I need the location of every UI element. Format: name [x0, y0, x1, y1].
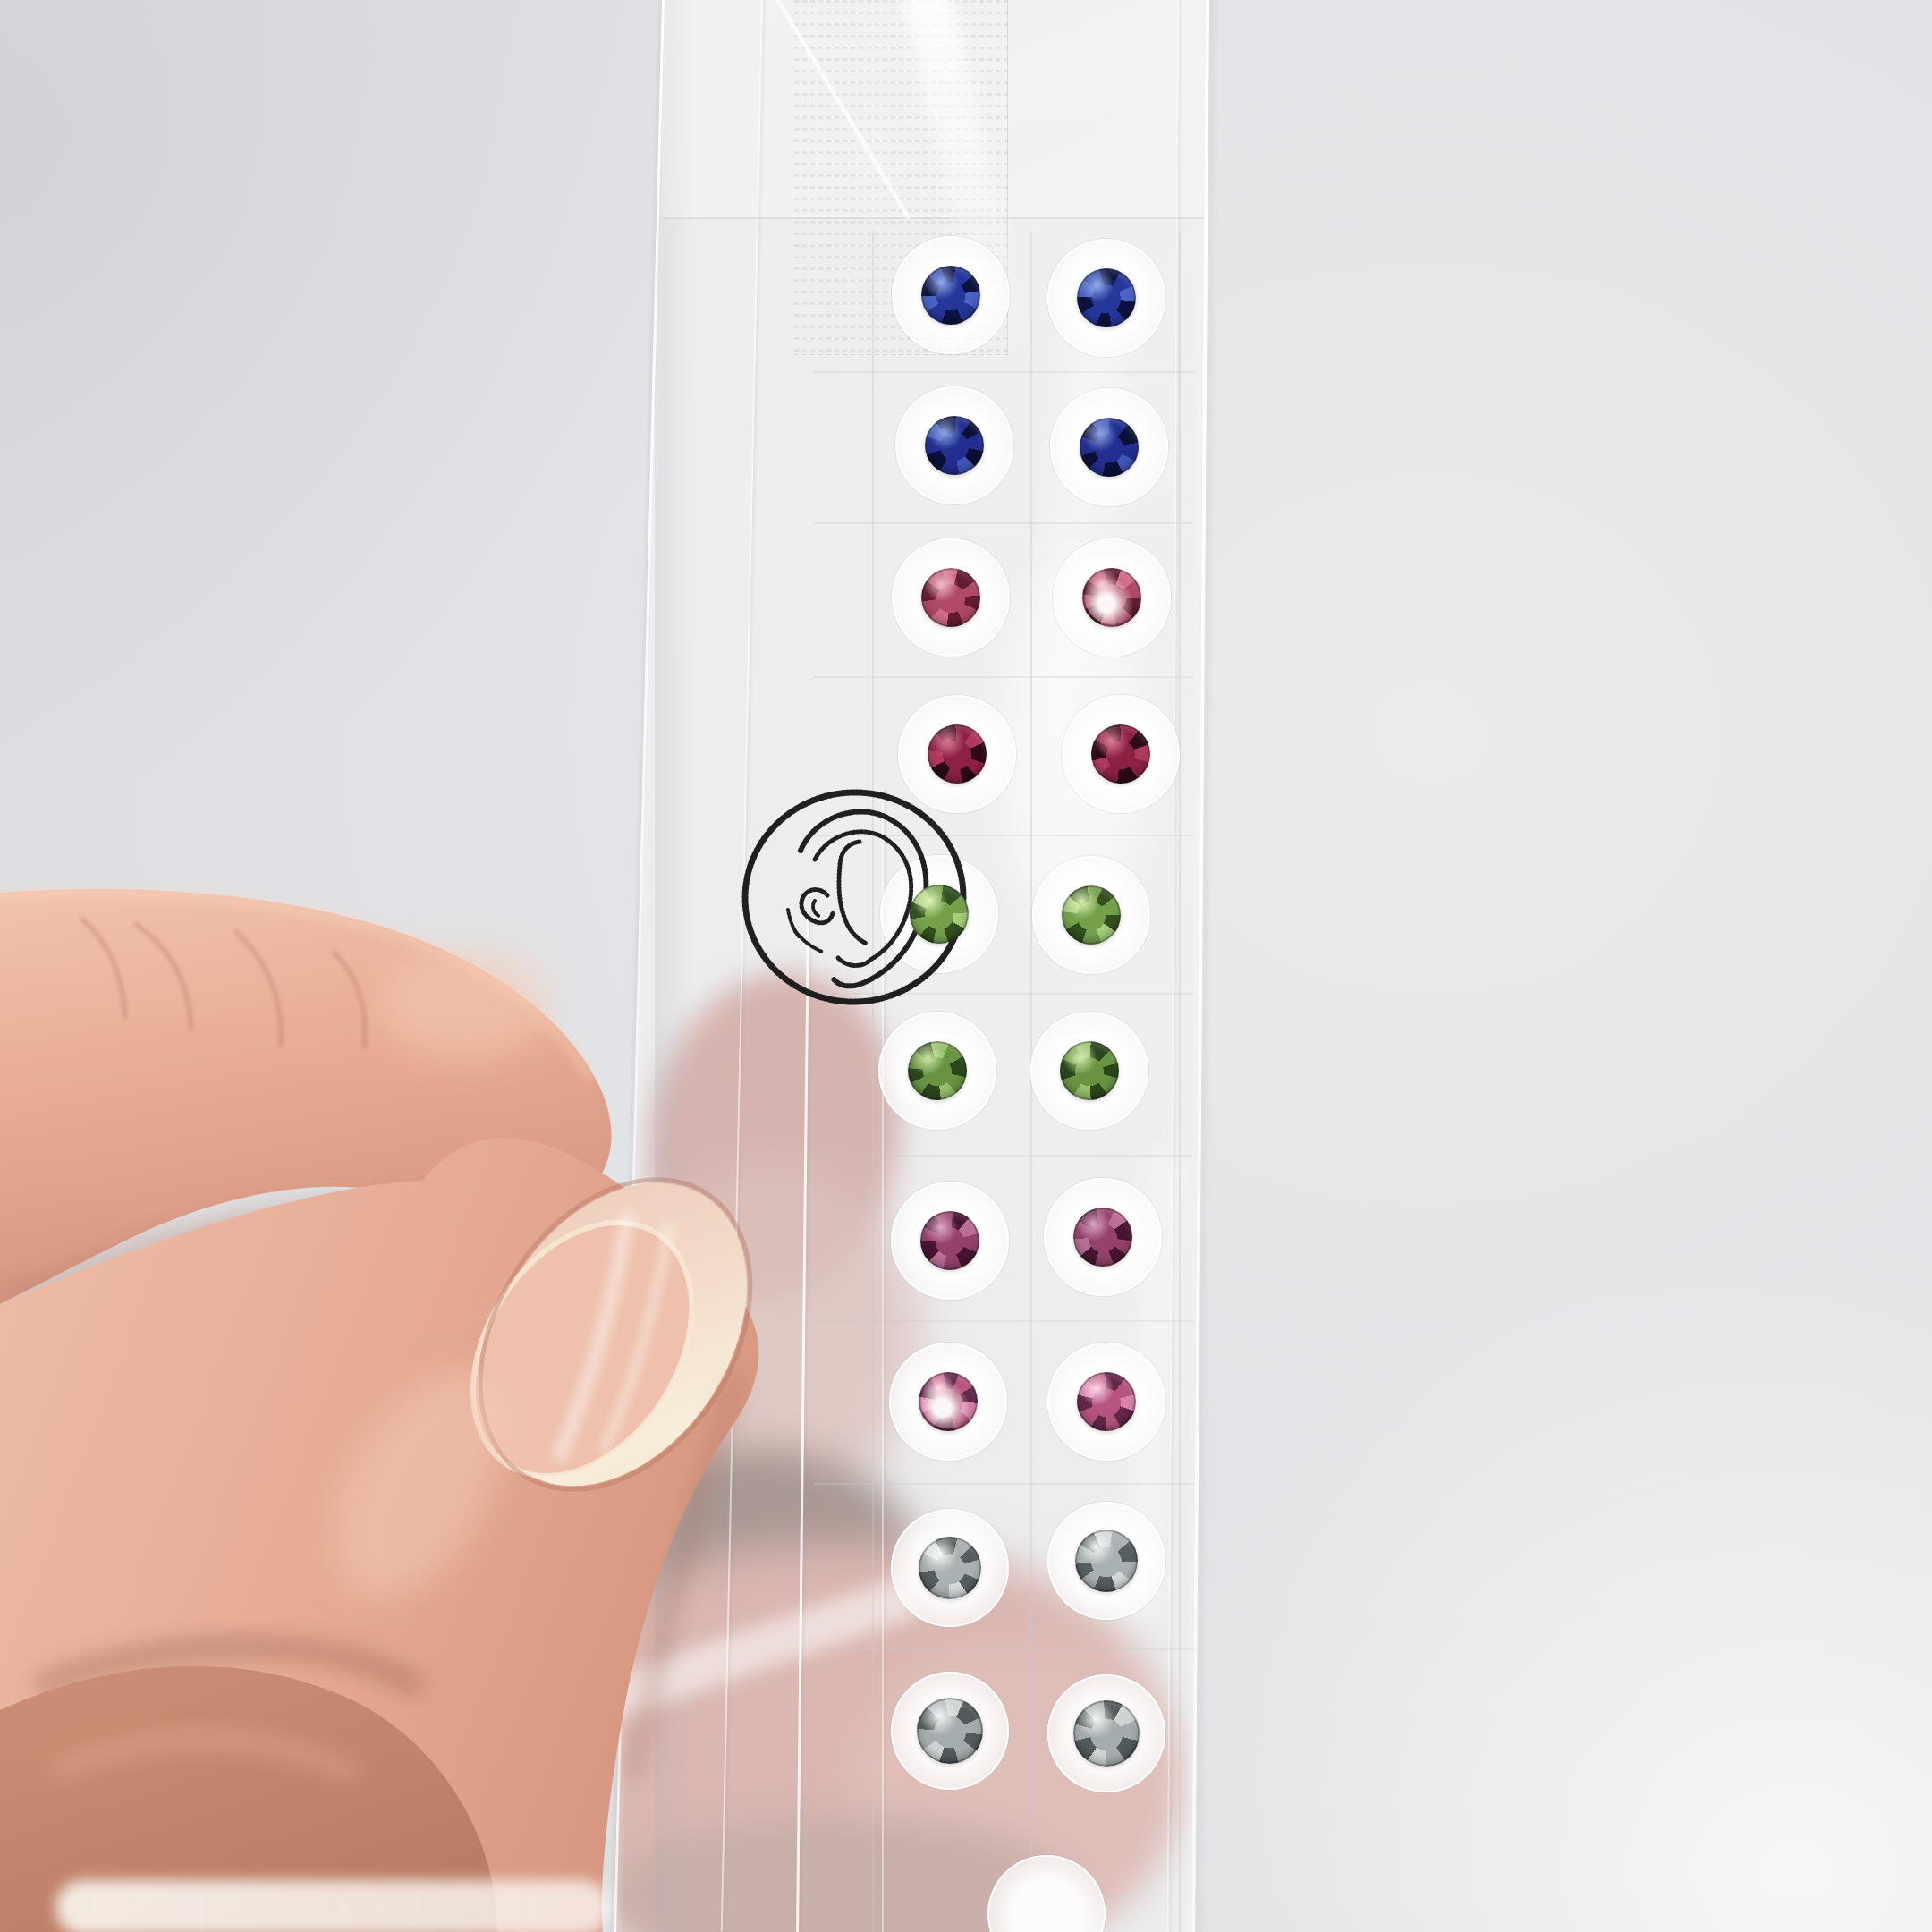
- hand: [0, 0, 1932, 1932]
- light-band: [55, 1880, 610, 1932]
- photo-canvas: { "scene": { "type": "photo", "descripti…: [0, 0, 1932, 1932]
- index-tip-highlight: [380, 948, 550, 1059]
